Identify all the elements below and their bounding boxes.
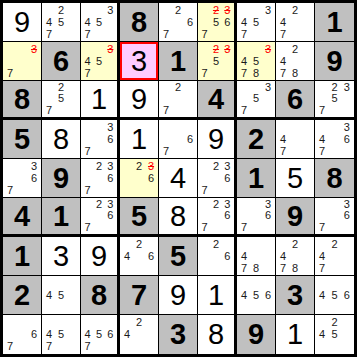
candidate-4: 4 — [277, 133, 289, 145]
candidate-8 — [133, 184, 145, 196]
cell-r8c8[interactable]: 3 — [276, 276, 315, 315]
candidate-4: 4 — [82, 55, 93, 67]
candidate-1 — [199, 43, 210, 55]
cell-r7c9[interactable]: 247 — [315, 237, 354, 276]
sudoku-board: 9245734578267235673457247137634573123573… — [0, 0, 357, 357]
pencil-marks: 3457 — [238, 4, 274, 40]
candidate-1 — [316, 82, 328, 93]
candidate-9 — [262, 67, 274, 79]
cell-r6c1[interactable]: 4 — [3, 198, 42, 237]
candidate-6: 6 — [28, 172, 40, 184]
pencil-marks: 2357 — [199, 43, 233, 79]
candidate-4 — [4, 172, 16, 184]
cell-r5c8[interactable]: 5 — [276, 159, 315, 198]
candidate-5: 5 — [93, 55, 104, 67]
candidate-9 — [262, 28, 274, 40]
candidate-2 — [250, 4, 262, 16]
candidate-4: 4 — [316, 250, 328, 262]
candidate-8 — [93, 222, 104, 233]
pencil-marks: 246 — [121, 238, 157, 274]
pencil-marks: 2478 — [277, 43, 313, 79]
candidate-9 — [262, 222, 274, 233]
cell-r2c1[interactable]: 37 — [3, 42, 42, 81]
candidate-3: 3 — [28, 43, 40, 55]
candidate-6 — [301, 16, 313, 28]
candidate-2 — [250, 238, 262, 250]
candidate-9 — [341, 105, 353, 116]
candidate-9 — [105, 67, 116, 79]
cell-r8c4[interactable]: 7 — [120, 276, 159, 315]
candidate-1 — [199, 199, 210, 210]
candidate-1 — [277, 43, 289, 55]
candidate-8 — [172, 28, 184, 40]
candidate-9 — [301, 262, 313, 274]
candidate-3: 3 — [222, 43, 233, 55]
candidate-8 — [16, 67, 28, 79]
candidate-6: 6 — [341, 289, 353, 301]
cell-r9c9[interactable]: 245 — [315, 315, 354, 354]
candidate-2: 2 — [328, 316, 340, 328]
candidate-3: 3 — [28, 160, 40, 172]
candidate-5 — [93, 133, 104, 145]
cell-r8c1[interactable]: 2 — [3, 276, 42, 315]
candidate-2 — [328, 277, 340, 289]
cell-r4c8[interactable]: 47 — [276, 120, 315, 159]
cell-r1c7[interactable]: 3457 — [237, 3, 276, 42]
cell-r2c9[interactable]: 9 — [315, 42, 354, 81]
pencil-marks: 34578 — [238, 43, 274, 79]
candidate-2: 2 — [210, 238, 221, 250]
pencil-marks: 245 — [316, 316, 353, 353]
cell-r2c4[interactable]: 3 — [120, 42, 159, 81]
pencil-marks: 2478 — [277, 238, 313, 274]
pencil-marks: 47 — [277, 121, 313, 157]
candidate-4 — [82, 172, 93, 184]
cell-r7c1[interactable]: 1 — [3, 237, 42, 276]
candidate-6: 6 — [105, 172, 116, 184]
cell-value: 4 — [170, 164, 186, 193]
cell-value: 5 — [170, 242, 186, 271]
cell-r6c2[interactable]: 1 — [42, 198, 81, 237]
candidate-5: 5 — [250, 289, 262, 301]
cell-r1c1[interactable]: 9 — [3, 3, 42, 42]
candidate-9 — [262, 105, 274, 116]
candidate-5: 5 — [55, 93, 67, 104]
candidate-5 — [133, 172, 145, 184]
candidate-5: 5 — [250, 16, 262, 28]
candidate-5 — [16, 328, 28, 340]
candidate-8: 8 — [250, 262, 262, 274]
cell-r8c5[interactable]: 9 — [159, 276, 198, 315]
candidate-7: 7 — [316, 105, 328, 116]
candidate-5 — [133, 328, 145, 340]
candidate-8 — [289, 28, 301, 40]
candidate-2: 2 — [328, 238, 340, 250]
candidate-6 — [184, 93, 196, 104]
candidate-5 — [16, 172, 28, 184]
cell-value: 8 — [326, 164, 342, 193]
pencil-marks: 27 — [160, 82, 196, 116]
candidate-3: 3 — [105, 121, 116, 133]
candidate-7: 7 — [4, 184, 16, 196]
cell-value: 1 — [170, 47, 186, 76]
candidate-6 — [105, 16, 116, 28]
candidate-4: 4 — [43, 289, 55, 301]
candidate-2: 2 — [289, 238, 301, 250]
pencil-marks: 367 — [82, 121, 116, 157]
candidate-8 — [55, 105, 67, 116]
cell-value: 1 — [287, 320, 303, 349]
candidate-8 — [133, 262, 145, 274]
candidate-1 — [43, 82, 55, 93]
candidate-4 — [199, 172, 210, 184]
candidate-7: 7 — [277, 145, 289, 157]
candidate-4 — [199, 250, 210, 262]
cell-r3c6[interactable]: 4 — [198, 81, 237, 120]
candidate-4 — [4, 328, 16, 340]
candidate-2 — [250, 43, 262, 55]
cell-r9c8[interactable]: 1 — [276, 315, 315, 354]
candidate-7 — [199, 262, 210, 274]
candidate-3 — [67, 82, 79, 93]
cell-r1c3[interactable]: 3457 — [81, 3, 120, 42]
candidate-2 — [250, 277, 262, 289]
cell-r5c5[interactable]: 4 — [159, 159, 198, 198]
candidate-8 — [210, 222, 221, 233]
candidate-9 — [262, 301, 274, 313]
cell-value: 3 — [170, 320, 186, 349]
cell-r5c7[interactable]: 1 — [237, 159, 276, 198]
candidate-2 — [16, 316, 28, 328]
candidate-5 — [289, 250, 301, 262]
cell-r9c2[interactable]: 457 — [42, 315, 81, 354]
candidate-2: 2 — [93, 199, 104, 210]
candidate-4: 4 — [277, 16, 289, 28]
cell-r4c2[interactable]: 8 — [42, 120, 81, 159]
candidate-1 — [160, 121, 172, 133]
candidate-3 — [67, 4, 79, 16]
candidate-1 — [121, 316, 133, 328]
candidate-8 — [133, 341, 145, 353]
candidate-4: 4 — [238, 16, 250, 28]
candidate-9 — [184, 105, 196, 116]
cell-value: 8 — [14, 85, 30, 114]
candidate-5 — [328, 210, 340, 221]
candidate-9 — [341, 301, 353, 313]
candidate-2 — [16, 43, 28, 55]
cell-r6c6[interactable]: 2367 — [198, 198, 237, 237]
candidate-3 — [341, 238, 353, 250]
cell-r4c4[interactable]: 1 — [120, 120, 159, 159]
cell-value: 1 — [14, 242, 30, 271]
candidate-8 — [55, 301, 67, 313]
cell-r9c4[interactable]: 24 — [120, 315, 159, 354]
candidate-9 — [67, 28, 79, 40]
candidate-1 — [43, 277, 55, 289]
candidate-7: 7 — [238, 67, 250, 79]
candidate-9 — [341, 262, 353, 274]
candidate-4 — [43, 93, 55, 104]
candidate-3 — [262, 238, 274, 250]
candidate-3: 3 — [341, 121, 353, 133]
candidate-5 — [16, 55, 28, 67]
cell-r9c1[interactable]: 67 — [3, 315, 42, 354]
cell-r5c1[interactable]: 367 — [3, 159, 42, 198]
candidate-5 — [172, 133, 184, 145]
candidate-1 — [277, 121, 289, 133]
cell-r9c3[interactable]: 4567 — [81, 315, 120, 354]
candidate-5 — [289, 55, 301, 67]
candidate-7: 7 — [316, 262, 328, 274]
candidate-7: 7 — [199, 222, 210, 233]
cell-value: 9 — [248, 320, 264, 349]
candidate-3: 3 — [341, 82, 353, 93]
candidate-2: 2 — [289, 43, 301, 55]
candidate-4 — [82, 210, 93, 221]
candidate-9 — [28, 184, 40, 196]
cell-r7c5[interactable]: 5 — [159, 237, 198, 276]
candidate-6: 6 — [145, 172, 157, 184]
candidate-4 — [4, 55, 16, 67]
cell-r3c5[interactable]: 27 — [159, 81, 198, 120]
candidate-1 — [43, 4, 55, 16]
candidate-7: 7 — [238, 262, 250, 274]
cell-r9c6[interactable]: 8 — [198, 315, 237, 354]
candidate-5: 5 — [328, 289, 340, 301]
candidate-6: 6 — [184, 133, 196, 145]
candidate-7: 7 — [82, 67, 93, 79]
cell-r4c5[interactable]: 67 — [159, 120, 198, 159]
candidate-9 — [301, 67, 313, 79]
candidate-9 — [67, 341, 79, 353]
candidate-9 — [222, 28, 233, 40]
candidate-5: 5 — [55, 328, 67, 340]
candidate-9 — [184, 145, 196, 157]
cell-r2c2[interactable]: 6 — [42, 42, 81, 81]
cell-r2c6[interactable]: 2357 — [198, 42, 237, 81]
candidate-5 — [328, 133, 340, 145]
candidate-2: 2 — [172, 82, 184, 93]
candidate-4 — [160, 16, 172, 28]
cell-r1c9[interactable]: 1 — [315, 3, 354, 42]
candidate-3: 3 — [105, 4, 116, 16]
candidate-7 — [238, 301, 250, 313]
cell-r3c7[interactable]: 357 — [237, 81, 276, 120]
pencil-marks: 247 — [316, 238, 353, 274]
candidate-7: 7 — [160, 105, 172, 116]
candidate-3 — [184, 4, 196, 16]
cell-r4c3[interactable]: 367 — [81, 120, 120, 159]
pencil-marks: 23567 — [199, 4, 233, 40]
candidate-1 — [238, 277, 250, 289]
cell-r7c7[interactable]: 478 — [237, 237, 276, 276]
cell-r1c5[interactable]: 267 — [159, 3, 198, 42]
pencil-marks: 67 — [160, 121, 196, 157]
cell-r4c1[interactable]: 5 — [3, 120, 42, 159]
candidate-1 — [121, 238, 133, 250]
pencil-marks: 2367 — [82, 160, 116, 196]
cell-r1c8[interactable]: 247 — [276, 3, 315, 42]
cell-r4c6[interactable]: 9 — [198, 120, 237, 159]
cell-r6c7[interactable]: 367 — [237, 198, 276, 237]
cell-value: 8 — [53, 125, 69, 154]
candidate-1 — [82, 4, 93, 16]
candidate-2: 2 — [210, 43, 221, 55]
candidate-2: 2 — [133, 316, 145, 328]
candidate-7: 7 — [82, 222, 93, 233]
cell-r7c2[interactable]: 3 — [42, 237, 81, 276]
candidate-2 — [289, 121, 301, 133]
candidate-4: 4 — [238, 250, 250, 262]
candidate-4 — [121, 172, 133, 184]
pencil-marks: 2367 — [199, 160, 233, 196]
candidate-7: 7 — [277, 67, 289, 79]
cell-r8c9[interactable]: 456 — [315, 276, 354, 315]
candidate-6 — [301, 133, 313, 145]
candidate-6 — [28, 55, 40, 67]
candidate-7: 7 — [43, 105, 55, 116]
cell-r8c6[interactable]: 1 — [198, 276, 237, 315]
candidate-6: 6 — [222, 16, 233, 28]
candidate-8 — [328, 145, 340, 157]
candidate-8 — [93, 341, 104, 353]
cell-r2c5[interactable]: 1 — [159, 42, 198, 81]
pencil-marks: 2367 — [82, 199, 116, 233]
candidate-2: 2 — [210, 4, 221, 16]
candidate-8 — [250, 28, 262, 40]
candidate-5: 5 — [55, 289, 67, 301]
candidate-5: 5 — [250, 55, 262, 67]
candidate-9 — [222, 184, 233, 196]
candidate-5 — [328, 250, 340, 262]
candidate-2: 2 — [210, 160, 221, 172]
candidate-6 — [301, 55, 313, 67]
cell-r3c8[interactable]: 6 — [276, 81, 315, 120]
candidate-4 — [199, 55, 210, 67]
cell-r8c7[interactable]: 456 — [237, 276, 276, 315]
candidate-3 — [184, 82, 196, 93]
cell-r1c4[interactable]: 8 — [120, 3, 159, 42]
candidate-1 — [199, 238, 210, 250]
candidate-5: 5 — [210, 16, 221, 28]
candidate-4: 4 — [316, 328, 328, 340]
cell-r3c3[interactable]: 1 — [81, 81, 120, 120]
cell-r6c5[interactable]: 8 — [159, 198, 198, 237]
cell-r8c3[interactable]: 8 — [81, 276, 120, 315]
candidate-9 — [301, 28, 313, 40]
candidate-7: 7 — [82, 145, 93, 157]
candidate-3 — [67, 316, 79, 328]
cell-value: 6 — [53, 47, 69, 76]
cell-r4c9[interactable]: 3467 — [315, 120, 354, 159]
candidate-4: 4 — [238, 289, 250, 301]
candidate-6: 6 — [105, 328, 116, 340]
candidate-2: 2 — [172, 4, 184, 16]
cell-r5c2[interactable]: 9 — [42, 159, 81, 198]
pencil-marks: 4567 — [82, 316, 116, 353]
candidate-1 — [316, 277, 328, 289]
candidate-9 — [67, 105, 79, 116]
cell-r3c2[interactable]: 257 — [42, 81, 81, 120]
candidate-4: 4 — [277, 250, 289, 262]
candidate-6: 6 — [262, 289, 274, 301]
cell-r9c7[interactable]: 9 — [237, 315, 276, 354]
cell-r2c3[interactable]: 3457 — [81, 42, 120, 81]
cell-r7c8[interactable]: 2478 — [276, 237, 315, 276]
cell-value: 9 — [287, 202, 303, 231]
cell-r2c7[interactable]: 34578 — [237, 42, 276, 81]
pencil-marks: 257 — [43, 82, 79, 116]
cell-r5c9[interactable]: 8 — [315, 159, 354, 198]
cell-r4c7[interactable]: 2 — [237, 120, 276, 159]
candidate-7: 7 — [160, 28, 172, 40]
cell-r8c2[interactable]: 45 — [42, 276, 81, 315]
candidate-7 — [121, 184, 133, 196]
candidate-8 — [93, 28, 104, 40]
cell-r5c3[interactable]: 2367 — [81, 159, 120, 198]
candidate-6 — [67, 16, 79, 28]
cell-r3c1[interactable]: 8 — [3, 81, 42, 120]
cell-r3c9[interactable]: 2357 — [315, 81, 354, 120]
cell-r9c5[interactable]: 3 — [159, 315, 198, 354]
pencil-marks: 456 — [316, 277, 353, 313]
cell-value: 8 — [208, 320, 224, 349]
cell-value: 5 — [131, 202, 147, 231]
candidate-5 — [133, 250, 145, 262]
cell-r1c2[interactable]: 2457 — [42, 3, 81, 42]
candidate-5 — [172, 93, 184, 104]
candidate-3: 3 — [262, 4, 274, 16]
cell-r6c8[interactable]: 9 — [276, 198, 315, 237]
cell-r3c4[interactable]: 9 — [120, 81, 159, 120]
pencil-marks: 457 — [43, 316, 79, 353]
pencil-marks: 26 — [199, 238, 233, 274]
cell-value: 3 — [53, 242, 69, 271]
cell-value: 1 — [208, 281, 224, 310]
candidate-6 — [67, 93, 79, 104]
candidate-6: 6 — [222, 172, 233, 184]
cell-r6c9[interactable]: 367 — [315, 198, 354, 237]
candidate-1 — [160, 4, 172, 16]
cell-r7c3[interactable]: 9 — [81, 237, 120, 276]
candidate-2 — [328, 199, 340, 210]
pencil-marks: 478 — [238, 238, 274, 274]
pencil-marks: 3457 — [82, 43, 116, 79]
candidate-5: 5 — [93, 328, 104, 340]
cell-r5c6[interactable]: 2367 — [198, 159, 237, 198]
cell-value: 8 — [170, 202, 186, 231]
candidate-4: 4 — [121, 328, 133, 340]
cell-value: 9 — [208, 125, 224, 154]
candidate-1 — [277, 238, 289, 250]
candidate-6 — [105, 55, 116, 67]
cell-r7c4[interactable]: 246 — [120, 237, 159, 276]
cell-r5c4[interactable]: 236 — [120, 159, 159, 198]
candidate-5 — [250, 250, 262, 262]
cell-r1c6[interactable]: 23567 — [198, 3, 237, 42]
candidate-1 — [316, 199, 328, 210]
cell-r2c8[interactable]: 2478 — [276, 42, 315, 81]
candidate-1 — [121, 160, 133, 172]
candidate-3: 3 — [222, 4, 233, 16]
cell-r7c6[interactable]: 26 — [198, 237, 237, 276]
cell-r6c4[interactable]: 5 — [120, 198, 159, 237]
cell-r6c3[interactable]: 2367 — [81, 198, 120, 237]
pencil-marks: 357 — [238, 82, 274, 116]
candidate-3 — [262, 277, 274, 289]
candidate-6: 6 — [105, 210, 116, 221]
cell-value: 9 — [91, 242, 107, 271]
